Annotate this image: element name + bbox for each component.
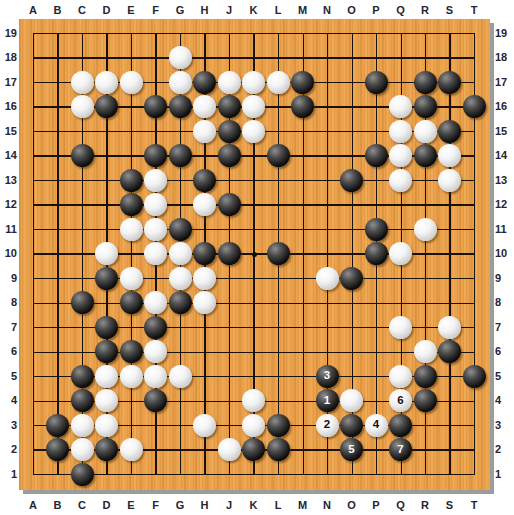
board-cell-H7[interactable] [192,315,217,340]
board-cell-G9[interactable] [168,266,193,291]
board-cell-B4[interactable] [45,388,70,413]
board-cell-A9[interactable] [21,266,46,291]
board-cell-Q7[interactable] [388,315,413,340]
board-cell-B6[interactable] [45,339,70,364]
board-cell-H14[interactable] [192,143,217,168]
board-cell-N8[interactable] [315,290,340,315]
board-cell-P7[interactable] [364,315,389,340]
board-cell-M10[interactable] [290,241,315,266]
board-cell-T7[interactable] [462,315,487,340]
board-cell-M6[interactable] [290,339,315,364]
board-cell-B19[interactable] [45,21,70,46]
board-cell-C6[interactable] [70,339,95,364]
board-cell-C15[interactable] [70,119,95,144]
board-cell-H6[interactable] [192,339,217,364]
board-cell-N9[interactable] [315,266,340,291]
board-cell-F13[interactable] [143,168,168,193]
board-cell-Q2[interactable]: 7 [388,437,413,462]
board-cell-G17[interactable] [168,70,193,95]
board-cell-C4[interactable] [70,388,95,413]
board-cell-H4[interactable] [192,388,217,413]
board-cell-C19[interactable] [70,21,95,46]
board-cell-R7[interactable] [413,315,438,340]
board-cell-O16[interactable] [339,94,364,119]
board-cell-L3[interactable] [266,413,291,438]
board-cell-D5[interactable] [94,364,119,389]
board-cell-S7[interactable] [437,315,462,340]
board-cell-E17[interactable] [119,70,144,95]
board-cell-C17[interactable] [70,70,95,95]
board-cell-K15[interactable] [241,119,266,144]
board-cell-G5[interactable] [168,364,193,389]
board-cell-P18[interactable] [364,45,389,70]
board-cell-G2[interactable] [168,437,193,462]
board-cell-F2[interactable] [143,437,168,462]
board-cell-Q14[interactable] [388,143,413,168]
board-cell-A16[interactable] [21,94,46,119]
board-cell-E12[interactable] [119,192,144,217]
board-cell-M13[interactable] [290,168,315,193]
board-cell-Q11[interactable] [388,217,413,242]
board-cell-D10[interactable] [94,241,119,266]
board-cell-B17[interactable] [45,70,70,95]
board-cell-M19[interactable] [290,21,315,46]
board-cell-B16[interactable] [45,94,70,119]
board-cell-T13[interactable] [462,168,487,193]
board-cell-D11[interactable] [94,217,119,242]
board-cell-H13[interactable] [192,168,217,193]
board-cell-Q9[interactable] [388,266,413,291]
board-cell-M3[interactable] [290,413,315,438]
board-cell-F1[interactable] [143,462,168,487]
board-cell-R19[interactable] [413,21,438,46]
board-cell-N14[interactable] [315,143,340,168]
board-cell-S11[interactable] [437,217,462,242]
board-cell-R3[interactable] [413,413,438,438]
board-cell-E7[interactable] [119,315,144,340]
board-cell-H11[interactable] [192,217,217,242]
board-cell-M8[interactable] [290,290,315,315]
board-cell-P3[interactable]: 4 [364,413,389,438]
board-cell-D16[interactable] [94,94,119,119]
board-cell-M18[interactable] [290,45,315,70]
board-cell-N11[interactable] [315,217,340,242]
board-cell-P5[interactable] [364,364,389,389]
board-cell-A4[interactable] [21,388,46,413]
board-cell-F7[interactable] [143,315,168,340]
board-cell-L8[interactable] [266,290,291,315]
board-cell-L2[interactable] [266,437,291,462]
board-cell-P17[interactable] [364,70,389,95]
board-cell-L13[interactable] [266,168,291,193]
board-cell-T8[interactable] [462,290,487,315]
board-cell-M15[interactable] [290,119,315,144]
board-cell-P2[interactable] [364,437,389,462]
board-cell-R5[interactable] [413,364,438,389]
board-cell-B5[interactable] [45,364,70,389]
board-cell-T17[interactable] [462,70,487,95]
board-cell-N2[interactable] [315,437,340,462]
board-cell-H18[interactable] [192,45,217,70]
board-cell-N19[interactable] [315,21,340,46]
board-cell-L15[interactable] [266,119,291,144]
board-cell-K3[interactable] [241,413,266,438]
board-cell-A6[interactable] [21,339,46,364]
board-cell-N15[interactable] [315,119,340,144]
board-cell-J18[interactable] [217,45,242,70]
board-cell-S14[interactable] [437,143,462,168]
board-cell-G19[interactable] [168,21,193,46]
board-cell-K7[interactable] [241,315,266,340]
board-cell-J2[interactable] [217,437,242,462]
board-cell-A2[interactable] [21,437,46,462]
board-cell-E18[interactable] [119,45,144,70]
board-cell-P9[interactable] [364,266,389,291]
board-cell-O11[interactable] [339,217,364,242]
board-cell-S1[interactable] [437,462,462,487]
board-cell-A3[interactable] [21,413,46,438]
board-cell-H10[interactable] [192,241,217,266]
board-cell-O2[interactable]: 5 [339,437,364,462]
board-cell-D4[interactable] [94,388,119,413]
board-cell-F5[interactable] [143,364,168,389]
board-cell-J13[interactable] [217,168,242,193]
board-cell-H8[interactable] [192,290,217,315]
board-cell-J17[interactable] [217,70,242,95]
board-cell-T16[interactable] [462,94,487,119]
board-cell-B18[interactable] [45,45,70,70]
board-cell-A5[interactable] [21,364,46,389]
board-cell-G13[interactable] [168,168,193,193]
board-cell-E9[interactable] [119,266,144,291]
board-cell-O5[interactable] [339,364,364,389]
board-cell-R13[interactable] [413,168,438,193]
board-cell-H16[interactable] [192,94,217,119]
board-cell-A7[interactable] [21,315,46,340]
board-cell-H19[interactable] [192,21,217,46]
board-cell-S15[interactable] [437,119,462,144]
board-cell-T14[interactable] [462,143,487,168]
board-cell-P8[interactable] [364,290,389,315]
board-cell-T18[interactable] [462,45,487,70]
board-cell-E1[interactable] [119,462,144,487]
board-cell-J11[interactable] [217,217,242,242]
board-cell-J9[interactable] [217,266,242,291]
board-cell-N17[interactable] [315,70,340,95]
board-cell-N6[interactable] [315,339,340,364]
board-cell-K9[interactable] [241,266,266,291]
board-cell-B1[interactable] [45,462,70,487]
board-cell-F19[interactable] [143,21,168,46]
board-cell-R6[interactable] [413,339,438,364]
board-cell-N12[interactable] [315,192,340,217]
board-cell-C18[interactable] [70,45,95,70]
board-cell-D9[interactable] [94,266,119,291]
board-cell-P13[interactable] [364,168,389,193]
board-cell-D17[interactable] [94,70,119,95]
board-cell-F14[interactable] [143,143,168,168]
board-cell-K6[interactable] [241,339,266,364]
board-cell-H1[interactable] [192,462,217,487]
board-cell-E13[interactable] [119,168,144,193]
board-cell-T2[interactable] [462,437,487,462]
board-cell-L18[interactable] [266,45,291,70]
board-cell-H3[interactable] [192,413,217,438]
board-cell-K12[interactable] [241,192,266,217]
board-cell-G4[interactable] [168,388,193,413]
board-cell-K17[interactable] [241,70,266,95]
board-cell-J3[interactable] [217,413,242,438]
board-cell-K16[interactable] [241,94,266,119]
board-cell-F11[interactable] [143,217,168,242]
board-cell-T9[interactable] [462,266,487,291]
board-cell-D19[interactable] [94,21,119,46]
board-cell-Q5[interactable] [388,364,413,389]
board-cell-E10[interactable] [119,241,144,266]
board-cell-P10[interactable] [364,241,389,266]
board-cell-O13[interactable] [339,168,364,193]
board-cell-L14[interactable] [266,143,291,168]
board-cell-E14[interactable] [119,143,144,168]
board-cell-L4[interactable] [266,388,291,413]
board-cell-B9[interactable] [45,266,70,291]
board-cell-B11[interactable] [45,217,70,242]
board-cell-S12[interactable] [437,192,462,217]
board-cell-T3[interactable] [462,413,487,438]
board-cell-H12[interactable] [192,192,217,217]
board-cell-E6[interactable] [119,339,144,364]
board-cell-E15[interactable] [119,119,144,144]
board-cell-J1[interactable] [217,462,242,487]
board-cell-R1[interactable] [413,462,438,487]
board-cell-R10[interactable] [413,241,438,266]
board-cell-M11[interactable] [290,217,315,242]
board-cell-L9[interactable] [266,266,291,291]
board-cell-O8[interactable] [339,290,364,315]
board-cell-F16[interactable] [143,94,168,119]
board-cell-S8[interactable] [437,290,462,315]
board-cell-G16[interactable] [168,94,193,119]
board-cell-Q17[interactable] [388,70,413,95]
board-cell-L11[interactable] [266,217,291,242]
board-cell-T11[interactable] [462,217,487,242]
board-cell-L10[interactable] [266,241,291,266]
board-cell-O3[interactable] [339,413,364,438]
board-cell-K13[interactable] [241,168,266,193]
board-cell-S19[interactable] [437,21,462,46]
board-cell-J5[interactable] [217,364,242,389]
board-cell-P14[interactable] [364,143,389,168]
board-cell-C11[interactable] [70,217,95,242]
board-cell-Q3[interactable] [388,413,413,438]
board-cell-T19[interactable] [462,21,487,46]
board-cell-A12[interactable] [21,192,46,217]
board-cell-T12[interactable] [462,192,487,217]
board-cell-O9[interactable] [339,266,364,291]
board-cell-E8[interactable] [119,290,144,315]
board-cell-D3[interactable] [94,413,119,438]
board-cell-O7[interactable] [339,315,364,340]
board-cell-A19[interactable] [21,21,46,46]
board-cell-N7[interactable] [315,315,340,340]
board-cell-M1[interactable] [290,462,315,487]
board-cell-C3[interactable] [70,413,95,438]
board-cell-J12[interactable] [217,192,242,217]
board-cell-B2[interactable] [45,437,70,462]
board-cell-D12[interactable] [94,192,119,217]
board-cell-H2[interactable] [192,437,217,462]
board-cell-A1[interactable] [21,462,46,487]
board-cell-S10[interactable] [437,241,462,266]
board-cell-R18[interactable] [413,45,438,70]
board-cell-J14[interactable] [217,143,242,168]
board-cell-S9[interactable] [437,266,462,291]
board-cell-F18[interactable] [143,45,168,70]
board-cell-G12[interactable] [168,192,193,217]
board-cell-Q15[interactable] [388,119,413,144]
board-cell-Q16[interactable] [388,94,413,119]
board-cell-E16[interactable] [119,94,144,119]
board-cell-K4[interactable] [241,388,266,413]
board-cell-K19[interactable] [241,21,266,46]
board-cell-H17[interactable] [192,70,217,95]
board-cell-K18[interactable] [241,45,266,70]
board-cell-P6[interactable] [364,339,389,364]
board-cell-T15[interactable] [462,119,487,144]
board-cell-F4[interactable] [143,388,168,413]
board-cell-K5[interactable] [241,364,266,389]
board-cell-O1[interactable] [339,462,364,487]
board-cell-E2[interactable] [119,437,144,462]
board-cell-M9[interactable] [290,266,315,291]
board-cell-D6[interactable] [94,339,119,364]
board-cell-Q6[interactable] [388,339,413,364]
board-cell-L12[interactable] [266,192,291,217]
board-cell-C8[interactable] [70,290,95,315]
board-cell-B10[interactable] [45,241,70,266]
board-cell-B3[interactable] [45,413,70,438]
board-cell-Q4[interactable]: 6 [388,388,413,413]
board-cell-R16[interactable] [413,94,438,119]
board-cell-E19[interactable] [119,21,144,46]
board-cell-C14[interactable] [70,143,95,168]
board-cell-R9[interactable] [413,266,438,291]
board-cell-A10[interactable] [21,241,46,266]
board-cell-M5[interactable] [290,364,315,389]
board-cell-G3[interactable] [168,413,193,438]
board-cell-S13[interactable] [437,168,462,193]
board-cell-F6[interactable] [143,339,168,364]
board-cell-Q18[interactable] [388,45,413,70]
board-cell-F9[interactable] [143,266,168,291]
board-cell-C2[interactable] [70,437,95,462]
board-cell-B13[interactable] [45,168,70,193]
board-cell-G11[interactable] [168,217,193,242]
board-cell-Q13[interactable] [388,168,413,193]
board-cell-N1[interactable] [315,462,340,487]
board-cell-D2[interactable] [94,437,119,462]
board-cell-C1[interactable] [70,462,95,487]
board-cell-A15[interactable] [21,119,46,144]
board-cell-F3[interactable] [143,413,168,438]
board-cell-E11[interactable] [119,217,144,242]
board-cell-K8[interactable] [241,290,266,315]
board-cell-T6[interactable] [462,339,487,364]
board-cell-O14[interactable] [339,143,364,168]
board-cell-C12[interactable] [70,192,95,217]
board-cell-B14[interactable] [45,143,70,168]
board-cell-Q12[interactable] [388,192,413,217]
board-cell-G6[interactable] [168,339,193,364]
board-cell-S6[interactable] [437,339,462,364]
board-cell-C9[interactable] [70,266,95,291]
board-cell-T10[interactable] [462,241,487,266]
board-cell-Q8[interactable] [388,290,413,315]
board-cell-D13[interactable] [94,168,119,193]
board-cell-G7[interactable] [168,315,193,340]
board-cell-B8[interactable] [45,290,70,315]
board-cell-L17[interactable] [266,70,291,95]
board-cell-J4[interactable] [217,388,242,413]
board-cell-N5[interactable]: 3 [315,364,340,389]
board-cell-H15[interactable] [192,119,217,144]
board-cell-O15[interactable] [339,119,364,144]
board-cell-R2[interactable] [413,437,438,462]
board-cell-R12[interactable] [413,192,438,217]
board-cell-J19[interactable] [217,21,242,46]
board-cell-C13[interactable] [70,168,95,193]
board-cell-O10[interactable] [339,241,364,266]
board-cell-G8[interactable] [168,290,193,315]
board-cell-K10[interactable] [241,241,266,266]
board-cell-A11[interactable] [21,217,46,242]
board-cell-C7[interactable] [70,315,95,340]
board-cell-D18[interactable] [94,45,119,70]
board-cell-K14[interactable] [241,143,266,168]
board-cell-R17[interactable] [413,70,438,95]
board-cell-F12[interactable] [143,192,168,217]
board-cell-L5[interactable] [266,364,291,389]
board-cell-F8[interactable] [143,290,168,315]
board-cell-C16[interactable] [70,94,95,119]
board-cell-R8[interactable] [413,290,438,315]
board-cell-M4[interactable] [290,388,315,413]
board-cell-J6[interactable] [217,339,242,364]
board-cell-D1[interactable] [94,462,119,487]
board-cell-P11[interactable] [364,217,389,242]
board-cell-L1[interactable] [266,462,291,487]
board-cell-J7[interactable] [217,315,242,340]
board-cell-J10[interactable] [217,241,242,266]
board-cell-E3[interactable] [119,413,144,438]
board-cell-T4[interactable] [462,388,487,413]
board-cell-A17[interactable] [21,70,46,95]
board-cell-N13[interactable] [315,168,340,193]
board-cell-K2[interactable] [241,437,266,462]
board-cell-S3[interactable] [437,413,462,438]
board-cell-P15[interactable] [364,119,389,144]
board-cell-D14[interactable] [94,143,119,168]
board-cell-K1[interactable] [241,462,266,487]
board-cell-M12[interactable] [290,192,315,217]
board-cell-N16[interactable] [315,94,340,119]
board-cell-C10[interactable] [70,241,95,266]
board-cell-C5[interactable] [70,364,95,389]
board-cell-L6[interactable] [266,339,291,364]
board-cell-O18[interactable] [339,45,364,70]
board-cell-T5[interactable] [462,364,487,389]
board-cell-P12[interactable] [364,192,389,217]
